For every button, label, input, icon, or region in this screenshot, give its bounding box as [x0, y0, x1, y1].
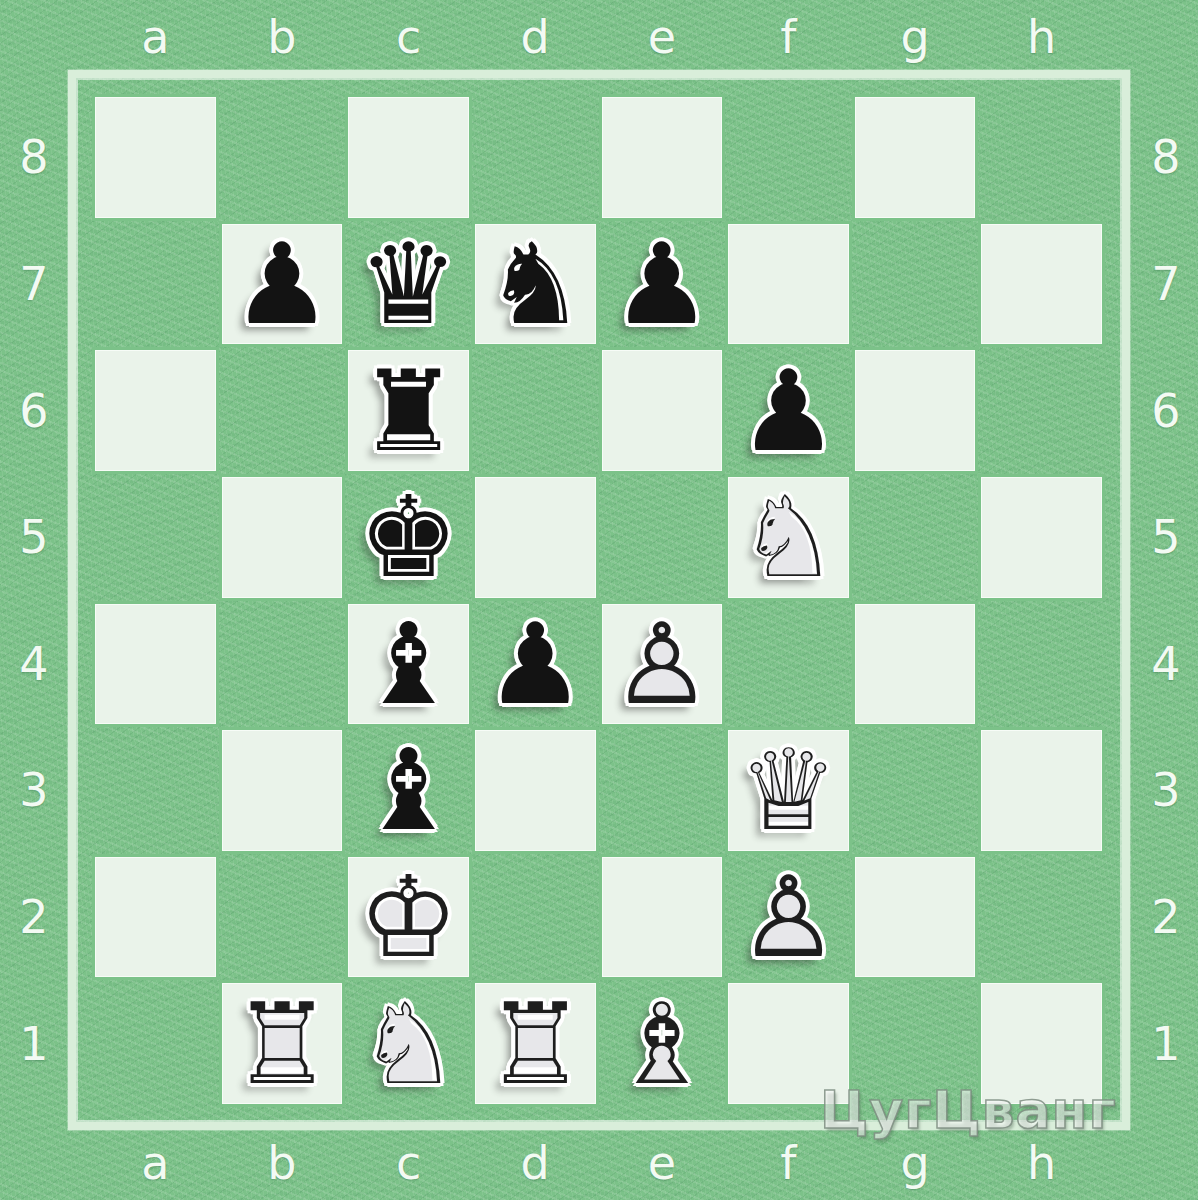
black-king-c5[interactable]: ♚ — [345, 474, 472, 601]
square-g2[interactable] — [852, 854, 979, 981]
black-rook-icon: ♜ — [358, 355, 458, 467]
file-label-d: d — [472, 1136, 599, 1190]
file-labels-top: abcdefgh — [92, 10, 1105, 62]
square-f1[interactable] — [725, 980, 852, 1107]
square-h5[interactable] — [978, 474, 1105, 601]
rank-label-2: 2 — [1140, 854, 1192, 981]
square-d7[interactable]: ♞ — [472, 221, 599, 348]
white-rook-b1[interactable]: ♜♖ — [222, 983, 343, 1104]
rank-label-5: 5 — [1140, 474, 1192, 601]
square-e1[interactable]: ♝♗ — [599, 980, 726, 1107]
square-a5[interactable] — [92, 474, 219, 601]
white-king-icon: ♔ — [358, 861, 458, 973]
white-queen-f3[interactable]: ♛♕ — [728, 730, 849, 851]
square-a4[interactable] — [92, 601, 219, 728]
black-bishop-icon: ♝ — [358, 608, 458, 720]
rank-label-1: 1 — [8, 980, 60, 1107]
rank-label-1: 1 — [1140, 980, 1192, 1107]
file-label-c: c — [345, 1136, 472, 1190]
black-bishop-icon: ♝ — [358, 734, 458, 846]
square-c1[interactable]: ♞♘ — [345, 980, 472, 1107]
square-g7[interactable] — [852, 221, 979, 348]
square-d6[interactable] — [472, 347, 599, 474]
black-pawn-icon: ♟ — [232, 228, 332, 340]
square-c8[interactable] — [345, 94, 472, 221]
white-pawn-f2[interactable]: ♟♙ — [725, 854, 852, 981]
rank-labels-left: 87654321 — [8, 94, 60, 1107]
file-label-g: g — [852, 1136, 979, 1190]
square-b2[interactable] — [219, 854, 346, 981]
square-e3[interactable] — [599, 727, 726, 854]
file-label-b: b — [219, 10, 346, 64]
square-f5[interactable]: ♞♘ — [725, 474, 852, 601]
square-f2[interactable]: ♟♙ — [725, 854, 852, 981]
square-b6[interactable] — [219, 347, 346, 474]
white-pawn-icon: ♙ — [612, 608, 712, 720]
white-pawn-e4[interactable]: ♟♙ — [602, 604, 723, 725]
square-h6[interactable] — [978, 347, 1105, 474]
square-h1[interactable] — [978, 980, 1105, 1107]
black-bishop-c4[interactable]: ♝ — [348, 604, 469, 725]
square-a8[interactable] — [92, 94, 219, 221]
square-b7[interactable]: ♟ — [219, 221, 346, 348]
square-d1[interactable]: ♜♖ — [472, 980, 599, 1107]
white-knight-icon: ♘ — [738, 481, 838, 593]
chess-board: ♟♛♞♟♜♟♚♞♘♝♟♟♙♝♛♕♚♔♟♙♜♖♞♘♜♖♝♗ — [92, 94, 1105, 1107]
white-knight-f5[interactable]: ♞♘ — [728, 477, 849, 598]
file-label-b: b — [219, 1136, 346, 1190]
square-b1[interactable]: ♜♖ — [219, 980, 346, 1107]
square-c7[interactable]: ♛ — [345, 221, 472, 348]
square-b8[interactable] — [219, 94, 346, 221]
black-rook-c6[interactable]: ♜ — [348, 350, 469, 471]
file-label-d: d — [472, 10, 599, 64]
rank-label-7: 7 — [8, 221, 60, 348]
square-g5[interactable] — [852, 474, 979, 601]
square-f7[interactable] — [725, 221, 852, 348]
file-label-c: c — [345, 10, 472, 64]
square-h4[interactable] — [978, 601, 1105, 728]
file-labels-bottom: abcdefgh — [92, 1136, 1105, 1188]
file-label-a: a — [92, 10, 219, 64]
square-f4[interactable] — [725, 601, 852, 728]
white-rook-icon: ♖ — [232, 988, 332, 1100]
file-label-a: a — [92, 1136, 219, 1190]
square-f6[interactable]: ♟ — [725, 347, 852, 474]
file-label-e: e — [599, 1136, 726, 1190]
black-knight-icon: ♞ — [485, 228, 585, 340]
black-pawn-b7[interactable]: ♟ — [222, 224, 343, 345]
square-h8[interactable] — [978, 94, 1105, 221]
black-pawn-f6[interactable]: ♟ — [725, 347, 852, 474]
square-c6[interactable]: ♜ — [345, 347, 472, 474]
square-a2[interactable] — [92, 854, 219, 981]
black-bishop-c3[interactable]: ♝ — [345, 727, 472, 854]
black-pawn-d4[interactable]: ♟ — [472, 601, 599, 728]
square-d3[interactable] — [472, 727, 599, 854]
square-g4[interactable] — [852, 601, 979, 728]
square-f3[interactable]: ♛♕ — [725, 727, 852, 854]
square-h7[interactable] — [978, 221, 1105, 348]
rank-label-5: 5 — [8, 474, 60, 601]
square-g3[interactable] — [852, 727, 979, 854]
file-label-g: g — [852, 10, 979, 64]
chess-diagram: abcdefgh 87654321 87654321 abcdefgh ♟♛♞♟… — [0, 0, 1198, 1200]
rank-label-4: 4 — [1140, 601, 1192, 728]
square-f8[interactable] — [725, 94, 852, 221]
rank-label-7: 7 — [1140, 221, 1192, 348]
file-label-h: h — [978, 10, 1105, 64]
square-b3[interactable] — [219, 727, 346, 854]
square-d5[interactable] — [472, 474, 599, 601]
square-h3[interactable] — [978, 727, 1105, 854]
file-label-e: e — [599, 10, 726, 64]
black-knight-d7[interactable]: ♞ — [475, 224, 596, 345]
square-b4[interactable] — [219, 601, 346, 728]
square-e4[interactable]: ♟♙ — [599, 601, 726, 728]
square-e7[interactable]: ♟ — [599, 221, 726, 348]
rank-label-6: 6 — [8, 347, 60, 474]
square-c5[interactable]: ♚ — [345, 474, 472, 601]
rank-label-2: 2 — [8, 854, 60, 981]
square-c4[interactable]: ♝ — [345, 601, 472, 728]
rank-label-3: 3 — [1140, 727, 1192, 854]
square-d2[interactable] — [472, 854, 599, 981]
square-a3[interactable] — [92, 727, 219, 854]
square-a6[interactable] — [92, 347, 219, 474]
white-rook-d1[interactable]: ♜♖ — [475, 983, 596, 1104]
square-c2[interactable]: ♚♔ — [345, 854, 472, 981]
file-label-h: h — [978, 1136, 1105, 1190]
rank-labels-right: 87654321 — [1140, 94, 1192, 1107]
square-g8[interactable] — [852, 94, 979, 221]
black-pawn-icon: ♟ — [485, 608, 585, 720]
black-pawn-icon: ♟ — [738, 355, 838, 467]
square-a7[interactable] — [92, 221, 219, 348]
square-e8[interactable] — [599, 94, 726, 221]
white-knight-c1[interactable]: ♞♘ — [345, 980, 472, 1107]
file-label-f: f — [725, 1136, 852, 1190]
square-d4[interactable]: ♟ — [472, 601, 599, 728]
black-king-icon: ♚ — [358, 481, 458, 593]
square-e2[interactable] — [599, 854, 726, 981]
square-g6[interactable] — [852, 347, 979, 474]
rank-label-3: 3 — [8, 727, 60, 854]
rank-label-4: 4 — [8, 601, 60, 728]
white-bishop-e1[interactable]: ♝♗ — [599, 980, 726, 1107]
black-pawn-e7[interactable]: ♟ — [599, 221, 726, 348]
rank-label-8: 8 — [8, 94, 60, 221]
black-pawn-icon: ♟ — [612, 228, 712, 340]
square-d8[interactable] — [472, 94, 599, 221]
file-label-f: f — [725, 10, 852, 64]
white-rook-icon: ♖ — [485, 988, 585, 1100]
square-b5[interactable] — [219, 474, 346, 601]
square-e5[interactable] — [599, 474, 726, 601]
white-bishop-icon: ♗ — [612, 988, 712, 1100]
rank-label-8: 8 — [1140, 94, 1192, 221]
white-knight-icon: ♘ — [358, 988, 458, 1100]
square-g1[interactable] — [852, 980, 979, 1107]
white-king-c2[interactable]: ♚♔ — [348, 857, 469, 978]
square-e6[interactable] — [599, 347, 726, 474]
square-h2[interactable] — [978, 854, 1105, 981]
white-pawn-icon: ♙ — [738, 861, 838, 973]
square-a1[interactable] — [92, 980, 219, 1107]
white-queen-icon: ♕ — [738, 734, 838, 846]
rank-label-6: 6 — [1140, 347, 1192, 474]
square-c3[interactable]: ♝ — [345, 727, 472, 854]
black-queen-c7[interactable]: ♛ — [345, 221, 472, 348]
black-queen-icon: ♛ — [358, 228, 458, 340]
